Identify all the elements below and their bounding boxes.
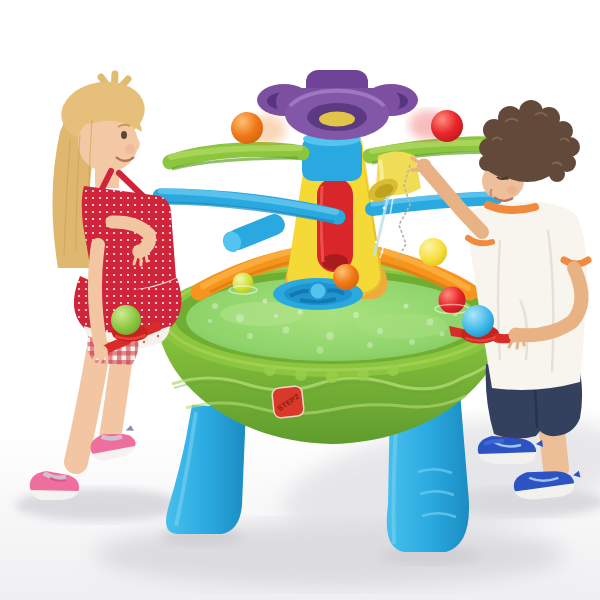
ball-blue-boy-scoop: [462, 305, 494, 337]
ball-lime-floating: [233, 273, 254, 294]
ball-red-floating: [439, 287, 466, 314]
ball-red-right-ramp: [431, 110, 463, 142]
ball-green-girl-scoop: [111, 305, 141, 335]
ball-yellow-right-ramp: [419, 238, 447, 266]
product-photo: STEP2: [0, 0, 600, 600]
ball-orange-spinner: [333, 264, 359, 290]
ball-orange-left-ramp: [231, 112, 263, 144]
table-shadow: [95, 523, 565, 587]
girl-arm-lower: [95, 245, 100, 342]
step2-logo: STEP2: [272, 386, 305, 419]
girl-cheek: [125, 144, 135, 154]
girl-eye: [121, 131, 127, 139]
boy-cheek: [507, 185, 517, 195]
scene-photo: STEP2: [0, 0, 600, 600]
red-drop-chute: [317, 178, 353, 272]
